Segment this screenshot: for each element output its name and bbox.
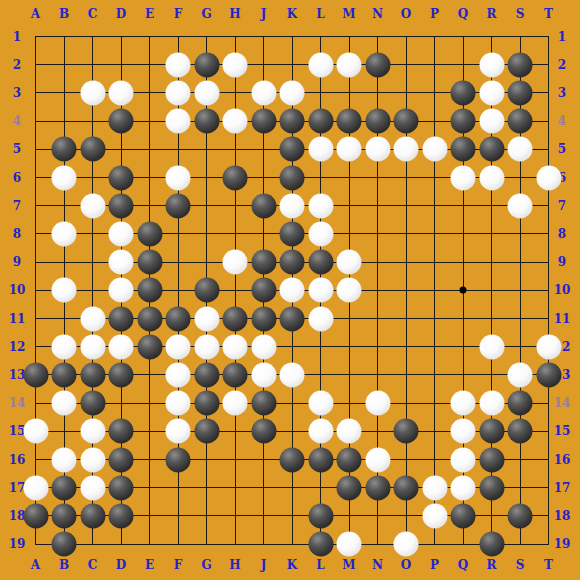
stone-white-a17 (23, 475, 48, 500)
stone-black-j15 (251, 419, 276, 444)
row-label-left-2: 2 (13, 59, 21, 71)
stone-black-g2 (194, 52, 219, 77)
col-label-bottom-q: Q (458, 559, 468, 571)
stone-white-d9 (109, 250, 134, 275)
row-label-right-18: 18 (554, 510, 571, 522)
stone-black-n17 (365, 475, 390, 500)
stone-white-q6 (451, 165, 476, 190)
col-label-bottom-s: S (516, 559, 525, 571)
stone-black-h6 (223, 165, 248, 190)
col-label-bottom-k: K (287, 559, 297, 571)
stone-black-d11 (109, 306, 134, 331)
stone-white-q16 (451, 447, 476, 472)
stone-black-o4 (394, 109, 419, 134)
stone-black-h13 (223, 362, 248, 387)
stone-white-f3 (166, 80, 191, 105)
stone-black-d16 (109, 447, 134, 472)
stone-white-l15 (308, 419, 333, 444)
row-label-left-9: 9 (13, 256, 21, 268)
row-label-right-14: 14 (554, 397, 571, 409)
stone-black-k11 (280, 306, 305, 331)
stone-white-k3 (280, 80, 305, 105)
col-label-top-n: N (372, 8, 383, 20)
col-label-bottom-p: P (430, 559, 439, 571)
stone-black-k8 (280, 221, 305, 246)
col-label-bottom-c: C (88, 559, 98, 571)
stone-black-d15 (109, 419, 134, 444)
stone-white-g12 (194, 334, 219, 359)
stone-white-c12 (80, 334, 105, 359)
stone-white-s5 (508, 137, 533, 162)
stone-black-j4 (251, 109, 276, 134)
stone-white-r14 (479, 391, 504, 416)
stone-white-h4 (223, 109, 248, 134)
stone-white-f15 (166, 419, 191, 444)
stone-black-d7 (109, 193, 134, 218)
col-label-bottom-g: G (201, 559, 211, 571)
stone-black-q4 (451, 109, 476, 134)
stone-black-s4 (508, 109, 533, 134)
stone-white-l5 (308, 137, 333, 162)
stone-black-j10 (251, 278, 276, 303)
stone-white-h14 (223, 391, 248, 416)
stone-white-h2 (223, 52, 248, 77)
stone-black-s14 (508, 391, 533, 416)
row-label-right-15: 15 (554, 425, 571, 437)
stone-black-r16 (479, 447, 504, 472)
row-label-right-3: 3 (558, 87, 566, 99)
stone-white-k7 (280, 193, 305, 218)
stone-white-p5 (422, 137, 447, 162)
stone-white-n5 (365, 137, 390, 162)
stone-black-l19 (308, 532, 333, 557)
stone-black-l9 (308, 250, 333, 275)
stone-white-m10 (337, 278, 362, 303)
stone-white-m5 (337, 137, 362, 162)
col-label-top-m: M (342, 8, 355, 20)
col-label-bottom-e: E (145, 559, 154, 571)
row-label-left-3: 3 (13, 87, 21, 99)
stone-white-g3 (194, 80, 219, 105)
stone-white-j13 (251, 362, 276, 387)
stone-black-d6 (109, 165, 134, 190)
go-board[interactable]: AABBCCDDEEFFGGHHJJKKLLMMNNOOPPQQRRSSTT11… (0, 0, 580, 580)
stone-white-r2 (479, 52, 504, 77)
stone-black-s2 (508, 52, 533, 77)
stone-white-d3 (109, 80, 134, 105)
stone-white-l10 (308, 278, 333, 303)
stone-black-e8 (137, 221, 162, 246)
stone-black-g10 (194, 278, 219, 303)
stone-black-f11 (166, 306, 191, 331)
row-label-right-10: 10 (554, 284, 571, 296)
stone-black-k4 (280, 109, 305, 134)
grid-vertical-line (548, 36, 549, 545)
stone-black-h11 (223, 306, 248, 331)
col-label-bottom-o: O (401, 559, 411, 571)
row-label-left-14: 14 (9, 397, 26, 409)
stone-white-a15 (23, 419, 48, 444)
stone-black-j7 (251, 193, 276, 218)
stone-white-f14 (166, 391, 191, 416)
stone-black-d18 (109, 503, 134, 528)
row-label-left-8: 8 (13, 228, 21, 240)
stone-white-c3 (80, 80, 105, 105)
stone-black-d13 (109, 362, 134, 387)
row-label-right-17: 17 (554, 482, 571, 494)
stone-black-s3 (508, 80, 533, 105)
stone-black-k16 (280, 447, 305, 472)
row-label-right-1: 1 (558, 31, 566, 43)
row-label-right-4: 4 (558, 115, 566, 127)
stone-black-l16 (308, 447, 333, 472)
col-label-top-g: G (201, 8, 211, 20)
stone-white-n16 (365, 447, 390, 472)
stone-white-h9 (223, 250, 248, 275)
stone-black-m16 (337, 447, 362, 472)
col-label-top-c: C (88, 8, 98, 20)
stone-black-l4 (308, 109, 333, 134)
stone-black-r17 (479, 475, 504, 500)
stone-white-r3 (479, 80, 504, 105)
stone-white-j3 (251, 80, 276, 105)
stone-white-s13 (508, 362, 533, 387)
col-label-top-e: E (145, 8, 154, 20)
stone-white-p18 (422, 503, 447, 528)
stone-white-l11 (308, 306, 333, 331)
stone-black-b17 (52, 475, 77, 500)
stone-black-l18 (308, 503, 333, 528)
stone-black-a18 (23, 503, 48, 528)
stone-white-b14 (52, 391, 77, 416)
row-label-right-16: 16 (554, 454, 571, 466)
stone-white-c16 (80, 447, 105, 472)
stone-white-b16 (52, 447, 77, 472)
stone-black-g14 (194, 391, 219, 416)
col-label-top-l: L (316, 8, 324, 20)
stone-black-g13 (194, 362, 219, 387)
grid-vertical-line (434, 36, 435, 545)
col-label-top-p: P (430, 8, 439, 20)
row-label-right-11: 11 (554, 313, 571, 325)
row-label-right-7: 7 (558, 200, 566, 212)
stone-black-c14 (80, 391, 105, 416)
stone-white-b8 (52, 221, 77, 246)
row-label-right-5: 5 (558, 143, 566, 155)
stone-white-b6 (52, 165, 77, 190)
stone-white-n14 (365, 391, 390, 416)
stone-white-c7 (80, 193, 105, 218)
stone-black-k5 (280, 137, 305, 162)
stone-white-s7 (508, 193, 533, 218)
stone-black-a13 (23, 362, 48, 387)
stone-black-b5 (52, 137, 77, 162)
stone-black-j9 (251, 250, 276, 275)
stone-black-r5 (479, 137, 504, 162)
stone-white-h12 (223, 334, 248, 359)
stone-white-f2 (166, 52, 191, 77)
col-label-bottom-h: H (229, 559, 240, 571)
star-point-q10 (460, 287, 467, 294)
stone-white-d8 (109, 221, 134, 246)
stone-white-c17 (80, 475, 105, 500)
col-label-top-h: H (229, 8, 240, 20)
row-label-left-10: 10 (9, 284, 26, 296)
stone-black-r15 (479, 419, 504, 444)
stone-black-q18 (451, 503, 476, 528)
stone-white-t12 (536, 334, 561, 359)
stone-white-q14 (451, 391, 476, 416)
row-label-left-6: 6 (13, 172, 21, 184)
stone-black-o15 (394, 419, 419, 444)
stone-black-j11 (251, 306, 276, 331)
stone-black-c13 (80, 362, 105, 387)
col-label-bottom-f: F (174, 559, 183, 571)
col-label-top-b: B (59, 8, 69, 20)
stone-white-l7 (308, 193, 333, 218)
col-label-top-d: D (116, 8, 126, 20)
stone-white-f4 (166, 109, 191, 134)
stone-white-m19 (337, 532, 362, 557)
col-label-top-t: T (544, 8, 553, 20)
stone-white-o19 (394, 532, 419, 557)
stone-white-f13 (166, 362, 191, 387)
stone-white-p17 (422, 475, 447, 500)
stone-white-r12 (479, 334, 504, 359)
row-label-left-11: 11 (9, 313, 26, 325)
stone-black-r19 (479, 532, 504, 557)
col-label-top-f: F (174, 8, 183, 20)
stone-black-k9 (280, 250, 305, 275)
stone-white-m2 (337, 52, 362, 77)
stone-black-n4 (365, 109, 390, 134)
col-label-bottom-j: J (261, 559, 267, 571)
stone-white-t6 (536, 165, 561, 190)
col-label-bottom-d: D (116, 559, 126, 571)
row-label-left-4: 4 (13, 115, 21, 127)
stone-black-o17 (394, 475, 419, 500)
row-label-right-9: 9 (558, 256, 566, 268)
stone-black-s15 (508, 419, 533, 444)
row-label-left-1: 1 (13, 31, 21, 43)
row-label-left-19: 19 (9, 538, 26, 550)
row-label-left-16: 16 (9, 454, 26, 466)
stone-black-e11 (137, 306, 162, 331)
col-label-top-o: O (401, 8, 411, 20)
row-label-left-5: 5 (13, 143, 21, 155)
stone-black-g15 (194, 419, 219, 444)
row-label-right-19: 19 (554, 538, 571, 550)
stone-black-q3 (451, 80, 476, 105)
stone-black-q5 (451, 137, 476, 162)
stone-black-e12 (137, 334, 162, 359)
stone-black-b19 (52, 532, 77, 557)
stone-white-c15 (80, 419, 105, 444)
stone-white-l14 (308, 391, 333, 416)
col-label-top-j: J (261, 8, 267, 20)
stone-white-b12 (52, 334, 77, 359)
stone-white-f12 (166, 334, 191, 359)
stone-black-b13 (52, 362, 77, 387)
stone-black-f16 (166, 447, 191, 472)
stone-white-l8 (308, 221, 333, 246)
stone-white-m15 (337, 419, 362, 444)
col-label-bottom-b: B (59, 559, 69, 571)
stone-black-j14 (251, 391, 276, 416)
col-label-bottom-t: T (544, 559, 553, 571)
stone-black-s18 (508, 503, 533, 528)
col-label-top-s: S (516, 8, 525, 20)
stone-white-k10 (280, 278, 305, 303)
stone-white-d10 (109, 278, 134, 303)
row-label-left-7: 7 (13, 200, 21, 212)
stone-white-j12 (251, 334, 276, 359)
stone-black-b18 (52, 503, 77, 528)
stone-white-g11 (194, 306, 219, 331)
col-label-bottom-n: N (372, 559, 383, 571)
col-label-bottom-r: R (487, 559, 497, 571)
stone-white-b10 (52, 278, 77, 303)
stone-white-r6 (479, 165, 504, 190)
row-label-left-12: 12 (9, 341, 26, 353)
stone-black-t13 (536, 362, 561, 387)
stone-white-k13 (280, 362, 305, 387)
stone-black-c5 (80, 137, 105, 162)
stone-black-e9 (137, 250, 162, 275)
stone-black-e10 (137, 278, 162, 303)
stone-black-d4 (109, 109, 134, 134)
col-label-bottom-l: L (316, 559, 324, 571)
stone-white-o5 (394, 137, 419, 162)
grid-horizontal-line (35, 544, 549, 545)
stone-black-c18 (80, 503, 105, 528)
stone-white-q15 (451, 419, 476, 444)
col-label-top-r: R (487, 8, 497, 20)
stone-white-d12 (109, 334, 134, 359)
stone-black-g4 (194, 109, 219, 134)
col-label-top-k: K (287, 8, 297, 20)
stone-white-l2 (308, 52, 333, 77)
stone-black-k6 (280, 165, 305, 190)
stone-black-f7 (166, 193, 191, 218)
col-label-bottom-a: A (31, 559, 40, 571)
stone-black-n2 (365, 52, 390, 77)
stone-white-m9 (337, 250, 362, 275)
col-label-bottom-m: M (342, 559, 355, 571)
stone-black-m17 (337, 475, 362, 500)
col-label-top-a: A (31, 8, 40, 20)
stone-white-f6 (166, 165, 191, 190)
stone-white-c11 (80, 306, 105, 331)
col-label-top-q: Q (458, 8, 468, 20)
stone-black-d17 (109, 475, 134, 500)
stone-white-r4 (479, 109, 504, 134)
stone-white-q17 (451, 475, 476, 500)
stone-black-m4 (337, 109, 362, 134)
row-label-right-8: 8 (558, 228, 566, 240)
row-label-right-2: 2 (558, 59, 566, 71)
